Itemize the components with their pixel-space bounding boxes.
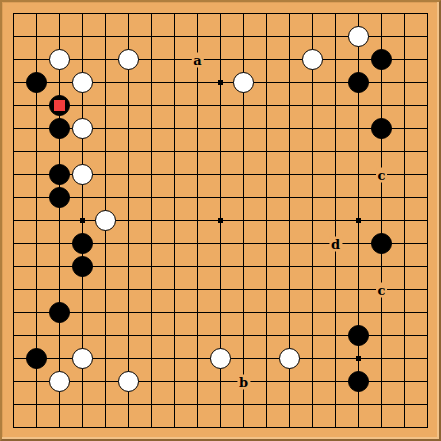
board-intersection[interactable]: [186, 370, 209, 393]
board-intersection[interactable]: [370, 209, 393, 232]
board-intersection[interactable]: [209, 370, 232, 393]
board-intersection[interactable]: [324, 117, 347, 140]
board-intersection[interactable]: [25, 393, 48, 416]
board-intersection[interactable]: c: [370, 163, 393, 186]
board-intersection[interactable]: [94, 416, 117, 439]
board-intersection[interactable]: [347, 324, 370, 347]
board-intersection[interactable]: [209, 347, 232, 370]
board-intersection[interactable]: [48, 186, 71, 209]
board-intersection[interactable]: [324, 255, 347, 278]
board-intersection[interactable]: [209, 163, 232, 186]
board-intersection[interactable]: [140, 71, 163, 94]
board-intersection[interactable]: [232, 117, 255, 140]
board-intersection[interactable]: [209, 48, 232, 71]
board-intersection[interactable]: [278, 347, 301, 370]
board-intersection[interactable]: [232, 393, 255, 416]
board-intersection[interactable]: [140, 163, 163, 186]
board-intersection[interactable]: [71, 324, 94, 347]
board-intersection[interactable]: [71, 416, 94, 439]
board-intersection[interactable]: [393, 186, 416, 209]
board-intersection[interactable]: a: [186, 48, 209, 71]
board-intersection[interactable]: [416, 324, 439, 347]
board-intersection[interactable]: [278, 393, 301, 416]
board-intersection[interactable]: [347, 209, 370, 232]
board-intersection[interactable]: [2, 186, 25, 209]
board-intersection[interactable]: [278, 94, 301, 117]
board-intersection[interactable]: [117, 186, 140, 209]
board-intersection[interactable]: [48, 255, 71, 278]
board-intersection[interactable]: [48, 324, 71, 347]
board-intersection[interactable]: [209, 255, 232, 278]
board-intersection[interactable]: [416, 140, 439, 163]
board-intersection[interactable]: [163, 140, 186, 163]
board-intersection[interactable]: [71, 301, 94, 324]
board-intersection[interactable]: [347, 347, 370, 370]
board-intersection[interactable]: [347, 186, 370, 209]
board-intersection[interactable]: [186, 209, 209, 232]
board-intersection[interactable]: [71, 140, 94, 163]
board-intersection[interactable]: [25, 25, 48, 48]
board-intersection[interactable]: [48, 117, 71, 140]
board-intersection[interactable]: [94, 2, 117, 25]
board-intersection[interactable]: [301, 186, 324, 209]
board-intersection[interactable]: [48, 301, 71, 324]
board-intersection[interactable]: [2, 48, 25, 71]
board-intersection[interactable]: [370, 347, 393, 370]
board-intersection[interactable]: [140, 416, 163, 439]
board-intersection[interactable]: [278, 2, 301, 25]
board-intersection[interactable]: [209, 278, 232, 301]
board-intersection[interactable]: [2, 25, 25, 48]
board-intersection[interactable]: [117, 71, 140, 94]
board-intersection[interactable]: [347, 416, 370, 439]
board-intersection[interactable]: [25, 186, 48, 209]
board-intersection[interactable]: [324, 370, 347, 393]
board-intersection[interactable]: [416, 278, 439, 301]
board-intersection[interactable]: [117, 209, 140, 232]
board-intersection[interactable]: [301, 94, 324, 117]
board-intersection[interactable]: [163, 232, 186, 255]
board-intersection[interactable]: [255, 416, 278, 439]
board-intersection[interactable]: [209, 117, 232, 140]
board-intersection[interactable]: [232, 2, 255, 25]
board-intersection[interactable]: [140, 324, 163, 347]
board-intersection[interactable]: [2, 416, 25, 439]
board-intersection[interactable]: [301, 71, 324, 94]
board-intersection[interactable]: [393, 48, 416, 71]
board-intersection[interactable]: [117, 301, 140, 324]
board-intersection[interactable]: [117, 140, 140, 163]
board-intersection[interactable]: [25, 48, 48, 71]
board-intersection[interactable]: [255, 232, 278, 255]
board-intersection[interactable]: [117, 255, 140, 278]
board-intersection[interactable]: [25, 163, 48, 186]
board-intersection[interactable]: [416, 186, 439, 209]
board-intersection[interactable]: [324, 347, 347, 370]
board-intersection[interactable]: [117, 278, 140, 301]
board-intersection[interactable]: [163, 370, 186, 393]
board-intersection[interactable]: [186, 393, 209, 416]
board-intersection[interactable]: [255, 117, 278, 140]
board-intersection[interactable]: [2, 324, 25, 347]
board-intersection[interactable]: [301, 140, 324, 163]
board-intersection[interactable]: [94, 186, 117, 209]
board-intersection[interactable]: [370, 232, 393, 255]
board-intersection[interactable]: [232, 278, 255, 301]
board-intersection[interactable]: [347, 255, 370, 278]
board-intersection[interactable]: [48, 25, 71, 48]
board-intersection[interactable]: [393, 117, 416, 140]
board-intersection[interactable]: [71, 209, 94, 232]
board-intersection[interactable]: [186, 416, 209, 439]
board-intersection[interactable]: [163, 255, 186, 278]
board-intersection[interactable]: [393, 255, 416, 278]
board-intersection[interactable]: [255, 140, 278, 163]
board-intersection[interactable]: [232, 416, 255, 439]
board-intersection[interactable]: [209, 301, 232, 324]
board-intersection[interactable]: [2, 232, 25, 255]
board-intersection[interactable]: [48, 278, 71, 301]
board-intersection[interactable]: [232, 209, 255, 232]
board-intersection[interactable]: [324, 416, 347, 439]
board-intersection[interactable]: [278, 232, 301, 255]
board-intersection[interactable]: [393, 71, 416, 94]
board-intersection[interactable]: [117, 163, 140, 186]
board-intersection[interactable]: [324, 140, 347, 163]
board-intersection[interactable]: [301, 2, 324, 25]
board-intersection[interactable]: [370, 48, 393, 71]
board-intersection[interactable]: [94, 393, 117, 416]
board-intersection[interactable]: [232, 25, 255, 48]
board-intersection[interactable]: [232, 94, 255, 117]
board-intersection[interactable]: [278, 324, 301, 347]
board-intersection[interactable]: [163, 278, 186, 301]
board-intersection[interactable]: [25, 2, 48, 25]
board-intersection[interactable]: [301, 370, 324, 393]
board-intersection[interactable]: [255, 347, 278, 370]
board-intersection[interactable]: [255, 2, 278, 25]
board-intersection[interactable]: [255, 370, 278, 393]
board-intersection[interactable]: [416, 71, 439, 94]
board-intersection[interactable]: [163, 117, 186, 140]
board-intersection[interactable]: [278, 48, 301, 71]
board-intersection[interactable]: [48, 370, 71, 393]
board-intersection[interactable]: [48, 416, 71, 439]
board-intersection[interactable]: [140, 48, 163, 71]
board-intersection[interactable]: [324, 48, 347, 71]
board-intersection[interactable]: [416, 232, 439, 255]
board-intersection[interactable]: [209, 186, 232, 209]
board-intersection[interactable]: [2, 370, 25, 393]
board-intersection[interactable]: [393, 2, 416, 25]
board-intersection[interactable]: [186, 301, 209, 324]
board-intersection[interactable]: [186, 163, 209, 186]
board-intersection[interactable]: [94, 25, 117, 48]
board-intersection[interactable]: [163, 94, 186, 117]
board-intersection[interactable]: [163, 2, 186, 25]
board-intersection[interactable]: [370, 94, 393, 117]
board-intersection[interactable]: [48, 209, 71, 232]
board-intersection[interactable]: [255, 186, 278, 209]
board-intersection[interactable]: [301, 347, 324, 370]
board-intersection[interactable]: [301, 25, 324, 48]
board-intersection[interactable]: [416, 416, 439, 439]
board-intersection[interactable]: [25, 209, 48, 232]
board-intersection[interactable]: [94, 278, 117, 301]
board-intersection[interactable]: [25, 117, 48, 140]
board-intersection[interactable]: [393, 416, 416, 439]
board-intersection[interactable]: [25, 232, 48, 255]
board-intersection[interactable]: [255, 71, 278, 94]
board-intersection[interactable]: [2, 71, 25, 94]
board-intersection[interactable]: [186, 255, 209, 278]
board-intersection[interactable]: [71, 71, 94, 94]
board-intersection[interactable]: [71, 186, 94, 209]
board-intersection[interactable]: [232, 140, 255, 163]
board-intersection[interactable]: [416, 117, 439, 140]
board-intersection[interactable]: [71, 255, 94, 278]
board-intersection[interactable]: [117, 232, 140, 255]
board-intersection[interactable]: [324, 2, 347, 25]
board-intersection[interactable]: [324, 278, 347, 301]
board-intersection[interactable]: [301, 232, 324, 255]
board-intersection[interactable]: [255, 301, 278, 324]
board-intersection[interactable]: [347, 94, 370, 117]
board-intersection[interactable]: [140, 209, 163, 232]
board-intersection[interactable]: [140, 232, 163, 255]
board-intersection[interactable]: [94, 324, 117, 347]
board-intersection[interactable]: [2, 209, 25, 232]
board-intersection[interactable]: [324, 25, 347, 48]
board-intersection[interactable]: [232, 324, 255, 347]
board-intersection[interactable]: [347, 163, 370, 186]
board-intersection[interactable]: [71, 278, 94, 301]
board-intersection[interactable]: [416, 393, 439, 416]
board-intersection[interactable]: [370, 370, 393, 393]
board-intersection[interactable]: [416, 94, 439, 117]
board-intersection[interactable]: [25, 71, 48, 94]
board-intersection[interactable]: [25, 324, 48, 347]
board-intersection[interactable]: [232, 48, 255, 71]
board-intersection[interactable]: [71, 347, 94, 370]
board-intersection[interactable]: [278, 117, 301, 140]
board-intersection[interactable]: [25, 140, 48, 163]
board-intersection[interactable]: [278, 140, 301, 163]
board-intersection[interactable]: [2, 278, 25, 301]
board-intersection[interactable]: [48, 140, 71, 163]
board-intersection[interactable]: [393, 301, 416, 324]
board-intersection[interactable]: [301, 301, 324, 324]
board-intersection[interactable]: [347, 25, 370, 48]
board-intersection[interactable]: [163, 163, 186, 186]
board-intersection[interactable]: [186, 324, 209, 347]
board-intersection[interactable]: [393, 94, 416, 117]
board-intersection[interactable]: [117, 370, 140, 393]
board-intersection[interactable]: [94, 48, 117, 71]
board-intersection[interactable]: [117, 347, 140, 370]
board-intersection[interactable]: [48, 232, 71, 255]
board-intersection[interactable]: [278, 25, 301, 48]
board-intersection[interactable]: [163, 324, 186, 347]
board-intersection[interactable]: [278, 301, 301, 324]
board-intersection[interactable]: [48, 48, 71, 71]
board-intersection[interactable]: [209, 393, 232, 416]
board-intersection[interactable]: [186, 25, 209, 48]
board-intersection[interactable]: [393, 370, 416, 393]
board-intersection[interactable]: [140, 370, 163, 393]
board-intersection[interactable]: [94, 232, 117, 255]
board-intersection[interactable]: [2, 94, 25, 117]
board-intersection[interactable]: [186, 117, 209, 140]
board-intersection[interactable]: [324, 393, 347, 416]
board-intersection[interactable]: [416, 163, 439, 186]
board-intersection[interactable]: [48, 393, 71, 416]
board-intersection[interactable]: [416, 48, 439, 71]
board-intersection[interactable]: [393, 209, 416, 232]
board-intersection[interactable]: [393, 347, 416, 370]
board-intersection[interactable]: [255, 48, 278, 71]
board-intersection[interactable]: [163, 25, 186, 48]
board-intersection[interactable]: [94, 347, 117, 370]
board-intersection[interactable]: [163, 48, 186, 71]
board-intersection[interactable]: [324, 209, 347, 232]
board-intersection[interactable]: [209, 416, 232, 439]
board-intersection[interactable]: [324, 71, 347, 94]
board-intersection[interactable]: [255, 209, 278, 232]
board-intersection[interactable]: [393, 25, 416, 48]
board-intersection[interactable]: [301, 117, 324, 140]
board-intersection[interactable]: [94, 370, 117, 393]
board-intersection[interactable]: [416, 347, 439, 370]
board-intersection[interactable]: [209, 2, 232, 25]
board-intersection[interactable]: [255, 393, 278, 416]
board-intersection[interactable]: [94, 209, 117, 232]
board-intersection[interactable]: [324, 301, 347, 324]
board-intersection[interactable]: [416, 25, 439, 48]
board-intersection[interactable]: [232, 71, 255, 94]
board-intersection[interactable]: [416, 370, 439, 393]
board-intersection[interactable]: [163, 301, 186, 324]
board-intersection[interactable]: [48, 2, 71, 25]
board-intersection[interactable]: d: [324, 232, 347, 255]
board-intersection[interactable]: [278, 370, 301, 393]
board-intersection[interactable]: [255, 163, 278, 186]
board-intersection[interactable]: [370, 301, 393, 324]
board-intersection[interactable]: [25, 278, 48, 301]
board-intersection[interactable]: [186, 140, 209, 163]
board-intersection[interactable]: [255, 94, 278, 117]
board-intersection[interactable]: [255, 324, 278, 347]
board-intersection[interactable]: [71, 232, 94, 255]
board-intersection[interactable]: [163, 186, 186, 209]
board-intersection[interactable]: [278, 186, 301, 209]
board-intersection[interactable]: [232, 186, 255, 209]
board-intersection[interactable]: [186, 71, 209, 94]
board-intersection[interactable]: [186, 94, 209, 117]
board-intersection[interactable]: [71, 2, 94, 25]
board-intersection[interactable]: [186, 347, 209, 370]
board-intersection[interactable]: [94, 163, 117, 186]
board-intersection[interactable]: [324, 163, 347, 186]
board-intersection[interactable]: [94, 71, 117, 94]
board-intersection[interactable]: [48, 94, 71, 117]
board-intersection[interactable]: [163, 393, 186, 416]
board-intersection[interactable]: [48, 163, 71, 186]
board-intersection[interactable]: [232, 347, 255, 370]
board-intersection[interactable]: [347, 48, 370, 71]
board-intersection[interactable]: [25, 255, 48, 278]
board-intersection[interactable]: [278, 278, 301, 301]
board-intersection[interactable]: [278, 209, 301, 232]
board-intersection[interactable]: [117, 2, 140, 25]
board-intersection[interactable]: [140, 25, 163, 48]
board-intersection[interactable]: [2, 255, 25, 278]
board-intersection[interactable]: [117, 117, 140, 140]
board-intersection[interactable]: [232, 301, 255, 324]
board-intersection[interactable]: [347, 370, 370, 393]
board-intersection[interactable]: [301, 324, 324, 347]
board-intersection[interactable]: [140, 186, 163, 209]
board-intersection[interactable]: [393, 140, 416, 163]
board-intersection[interactable]: [324, 94, 347, 117]
board-intersection[interactable]: [370, 2, 393, 25]
board-intersection[interactable]: [94, 94, 117, 117]
board-intersection[interactable]: [278, 71, 301, 94]
board-intersection[interactable]: [117, 393, 140, 416]
board-intersection[interactable]: [370, 117, 393, 140]
board-intersection[interactable]: [347, 140, 370, 163]
board-intersection[interactable]: [25, 94, 48, 117]
board-intersection[interactable]: [186, 2, 209, 25]
board-intersection[interactable]: [393, 163, 416, 186]
board-intersection[interactable]: [209, 324, 232, 347]
board-intersection[interactable]: [140, 140, 163, 163]
board-intersection[interactable]: [140, 278, 163, 301]
board-intersection[interactable]: [301, 48, 324, 71]
board-intersection[interactable]: [48, 347, 71, 370]
board-intersection[interactable]: [209, 25, 232, 48]
board-intersection[interactable]: [25, 416, 48, 439]
board-intersection[interactable]: [2, 140, 25, 163]
board-intersection[interactable]: [370, 255, 393, 278]
board-intersection[interactable]: [209, 232, 232, 255]
board-intersection[interactable]: [301, 209, 324, 232]
board-intersection[interactable]: [163, 209, 186, 232]
board-intersection[interactable]: [186, 232, 209, 255]
board-intersection[interactable]: [71, 48, 94, 71]
board-intersection[interactable]: [117, 48, 140, 71]
board-intersection[interactable]: [232, 163, 255, 186]
board-intersection[interactable]: [117, 94, 140, 117]
board-intersection[interactable]: [416, 301, 439, 324]
board-intersection[interactable]: [209, 94, 232, 117]
board-intersection[interactable]: [163, 71, 186, 94]
board-intersection[interactable]: [347, 301, 370, 324]
board-intersection[interactable]: [370, 140, 393, 163]
board-intersection[interactable]: [278, 163, 301, 186]
board-intersection[interactable]: [2, 347, 25, 370]
board-intersection[interactable]: [186, 278, 209, 301]
board-intersection[interactable]: [232, 232, 255, 255]
board-intersection[interactable]: [393, 393, 416, 416]
board-intersection[interactable]: [94, 255, 117, 278]
board-intersection[interactable]: [163, 416, 186, 439]
board-intersection[interactable]: [416, 255, 439, 278]
board-intersection[interactable]: [232, 255, 255, 278]
board-intersection[interactable]: [393, 232, 416, 255]
board-intersection[interactable]: [140, 347, 163, 370]
board-intersection[interactable]: [324, 324, 347, 347]
